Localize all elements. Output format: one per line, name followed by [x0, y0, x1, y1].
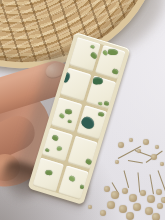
wax-segment-r4c1	[42, 128, 73, 162]
wax-segment-r4c2	[67, 135, 98, 169]
botanical-inclusion	[90, 51, 99, 59]
flower-stem	[128, 160, 143, 164]
botanical-inclusion	[62, 71, 72, 83]
flower-blossom	[137, 149, 141, 153]
flower-stem	[138, 172, 141, 192]
botanical-inclusion	[80, 115, 97, 132]
wax-segment-r1c2	[95, 45, 126, 79]
flower-blossom	[126, 212, 134, 220]
botanical-inclusion	[45, 148, 50, 152]
flower-blossom	[143, 139, 149, 145]
botanical-inclusion	[69, 175, 77, 183]
wax-segment-r5c2	[58, 166, 89, 200]
flower-blossom	[107, 201, 115, 209]
botanical-inclusion	[92, 77, 102, 84]
flower-blossom	[111, 191, 119, 199]
flower-blossom	[118, 142, 124, 148]
flower-blossom	[115, 160, 119, 164]
botanical-inclusion	[107, 49, 117, 56]
photo-scene	[0, 0, 165, 220]
flower-blossom	[152, 213, 160, 220]
wax-segment-r3c2	[76, 105, 107, 139]
flower-blossom	[161, 197, 165, 203]
flower-blossom	[156, 189, 162, 195]
flower-stem	[150, 174, 154, 194]
flower-blossom	[129, 194, 137, 202]
flower-blossom	[88, 205, 92, 209]
botanical-inclusion	[52, 134, 60, 141]
flower-stem	[112, 182, 120, 195]
wax-segment-r5c1	[32, 158, 63, 192]
flower-blossom	[133, 203, 141, 211]
botanical-inclusion	[58, 113, 64, 119]
flower-blossom	[100, 210, 106, 216]
flower-blossom	[157, 203, 163, 209]
botanical-inclusion	[97, 102, 102, 106]
botanical-inclusion	[85, 158, 93, 165]
botanical-inclusion	[111, 68, 119, 75]
botanical-inclusion	[103, 101, 109, 106]
flower-stem	[124, 170, 130, 188]
botanical-inclusion	[65, 109, 73, 115]
flower-stem	[158, 170, 165, 191]
flower-blossom	[145, 207, 153, 215]
wax-segment-r2c1	[60, 67, 91, 101]
flower-blossom	[147, 195, 155, 203]
botanical-inclusion	[80, 185, 85, 190]
wax-segment-r3c1	[51, 98, 82, 132]
wax-segment-r1c1	[69, 37, 100, 71]
flower-blossom	[129, 138, 133, 142]
botanical-inclusion	[45, 170, 53, 176]
flower-blossom	[140, 190, 146, 196]
botanical-inclusion	[98, 111, 105, 116]
flower-blossom	[160, 162, 164, 166]
flower-blossom	[104, 186, 110, 192]
flower-blossom	[122, 188, 128, 194]
botanical-inclusion	[56, 146, 61, 150]
flower-blossom	[119, 205, 127, 213]
flower-stem	[146, 151, 163, 163]
flower-stem	[118, 146, 141, 159]
flower-blossom	[151, 154, 157, 160]
botanical-inclusion	[90, 45, 95, 49]
flower-blossom	[155, 145, 159, 149]
botanical-inclusion	[67, 120, 72, 124]
wax-segment-r2c2	[85, 75, 116, 109]
flower-stem	[135, 150, 156, 158]
